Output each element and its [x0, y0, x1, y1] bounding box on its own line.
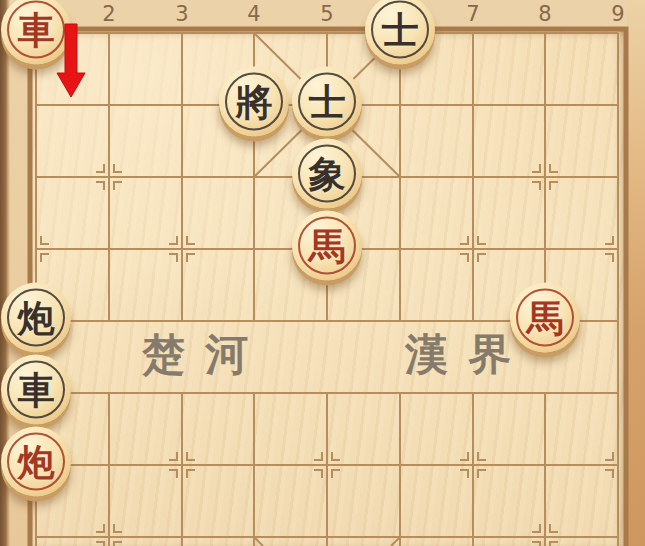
file-label-8: 8 — [538, 2, 551, 26]
piece-black-advisor[interactable]: 士 — [292, 67, 362, 137]
piece-black-chariot[interactable]: 車 — [1, 355, 71, 425]
file-label-2: 2 — [102, 2, 115, 26]
file-label-5: 5 — [320, 2, 333, 26]
piece-ring — [7, 1, 65, 59]
file-label-4: 4 — [247, 2, 260, 26]
piece-ring — [7, 361, 65, 419]
piece-black-general[interactable]: 將 — [219, 67, 289, 137]
file-label-9: 9 — [611, 2, 624, 26]
piece-black-elephant[interactable]: 象 — [292, 139, 362, 209]
piece-ring — [225, 73, 283, 131]
file-label-7: 7 — [466, 2, 479, 26]
piece-ring — [7, 433, 65, 491]
river-text-left: 楚河 — [122, 326, 268, 384]
piece-red-horse[interactable]: 馬 — [292, 211, 362, 281]
piece-ring — [516, 289, 574, 347]
piece-ring — [7, 289, 65, 347]
piece-red-cannon[interactable]: 炮 — [1, 427, 71, 497]
piece-red-horse[interactable]: 馬 — [510, 283, 580, 353]
piece-ring — [298, 145, 356, 203]
piece-black-cannon[interactable]: 炮 — [1, 283, 71, 353]
piece-ring — [298, 217, 356, 275]
piece-ring — [371, 1, 429, 59]
xiangqi-board-screen: 123456789 楚河 漢界 車士將士象馬炮馬車炮 — [0, 0, 645, 546]
piece-ring — [298, 73, 356, 131]
river-text-right: 漢界 — [385, 326, 531, 384]
file-label-3: 3 — [175, 2, 188, 26]
